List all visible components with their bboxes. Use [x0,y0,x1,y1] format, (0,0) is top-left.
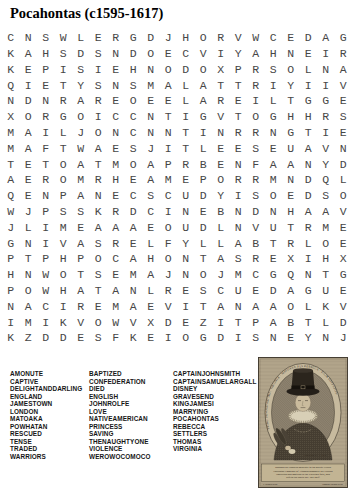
grid-cell: S [230,251,248,267]
grid-cell: O [195,30,213,46]
grid-cell: R [212,30,230,46]
grid-cell: O [90,251,108,267]
grid-cell: I [195,125,213,141]
grid-cell: I [247,93,265,109]
grid-cell: E [335,283,353,299]
grid-cell: T [195,299,213,315]
grid-cell: J [212,267,230,283]
grid-cell: I [20,77,38,93]
word-list-item: GRAVESEND [173,393,256,401]
grid-cell: S [247,141,265,157]
grid-cell: A [142,172,160,188]
grid-cell: Q [2,188,20,204]
grid-cell: A [107,220,125,236]
grid-cell: S [125,141,143,157]
grid-cell: C [160,188,178,204]
grid-cell: N [335,141,353,157]
pocahontas-portrait-image: PRINC: POWHATANI IMP: VIRGINIÆ · MATOAKA… [258,357,348,488]
grid-cell: Y [282,77,300,93]
grid-cell: O [55,156,73,172]
grid-cell: C [247,267,265,283]
grid-cell: P [37,62,55,78]
word-list-item: CONFEDERATION [89,378,151,386]
grid-cell: D [37,330,55,346]
grid-cell: A [107,283,125,299]
grid-cell: O [195,267,213,283]
grid-cell: R [230,125,248,141]
grid-cell: A [247,46,265,62]
grid-cell: N [230,299,248,315]
grid-cell: N [2,93,20,109]
grid-cell: E [142,330,160,346]
grid-cell: G [2,235,20,251]
word-list-item: JAMESTOWN [10,400,82,408]
grid-cell: L [265,93,283,109]
grid-cell: N [142,62,160,78]
grid-cell: A [20,46,38,62]
word-list-column: CAPTAINJOHNSMITHCAPTAINSAMUELARGALLDISNE… [173,370,256,453]
grid-cell: I [160,330,178,346]
grid-cell: N [300,156,318,172]
worksheet-page: Pocahontas (c1595-1617) CNSWLERGDJHORVWC… [0,0,354,500]
grid-cell: M [72,172,90,188]
svg-text:Compton Holland excud.: Compton Holland excud. [322,483,343,485]
grid-cell: O [160,62,178,78]
word-list-item: SETTLERS [173,430,256,438]
grid-cell: T [230,77,248,93]
word-list-item: DIED [89,385,151,393]
word-list-item: POCAHONTAS [173,415,256,423]
grid-cell: V [160,299,178,315]
grid-cell: R [72,299,90,315]
grid-cell: O [317,235,335,251]
grid-cell: W [247,30,265,46]
word-list-item: JOHNROLFE [89,400,151,408]
grid-cell: D [300,172,318,188]
grid-cell: F [107,330,125,346]
grid-cell: E [265,251,283,267]
grid-cell: Z [195,314,213,330]
grid-cell: E [142,299,160,315]
grid-cell: R [90,172,108,188]
grid-cell: G [265,109,283,125]
grid-cell: P [72,251,90,267]
grid-cell: Y [72,77,90,93]
grid-cell: B [247,235,265,251]
grid-cell: S [265,62,283,78]
grid-cell: G [300,93,318,109]
grid-cell: N [142,109,160,125]
grid-cell: A [72,188,90,204]
grid-cell: P [2,251,20,267]
grid-cell: E [160,46,178,62]
grid-cell: I [90,109,108,125]
grid-cell: S [195,283,213,299]
grid-cell: A [265,314,283,330]
grid-cell: A [212,299,230,315]
grid-cell: A [20,141,38,157]
grid-cell: L [72,30,90,46]
grid-cell: V [195,46,213,62]
grid-cell: A [317,204,335,220]
grid-cell: P [2,283,20,299]
grid-cell: A [125,251,143,267]
grid-cell: X [335,251,353,267]
grid-cell: D [177,62,195,78]
grid-cell: T [212,77,230,93]
grid-cell: C [212,283,230,299]
grid-cell: A [125,220,143,236]
grid-cell: H [37,46,55,62]
grid-cell: B [195,156,213,172]
grid-cell: L [317,314,335,330]
grid-cell: H [107,172,125,188]
word-list-item: CAPTIVE [10,378,82,386]
grid-cell: C [107,109,125,125]
grid-cell: I [300,251,318,267]
grid-cell: Q [317,172,335,188]
grid-cell: D [335,314,353,330]
grid-cell: O [195,62,213,78]
grid-cell: M [2,141,20,157]
grid-cell: I [177,299,195,315]
grid-cell: O [212,172,230,188]
grid-cell: U [177,220,195,236]
grid-cell: S [37,30,55,46]
grid-cell: T [300,125,318,141]
grid-cell: Y [177,235,195,251]
grid-cell: I [317,77,335,93]
grid-cell: L [300,235,318,251]
grid-cell: L [212,235,230,251]
grid-cell: T [90,156,108,172]
grid-cell: I [317,46,335,62]
word-list-item: TRADED [10,445,82,453]
grid-cell: D [125,204,143,220]
grid-cell: T [230,109,248,125]
grid-cell: D [195,220,213,236]
grid-cell: A [2,172,20,188]
grid-cell: U [230,283,248,299]
grid-cell: E [247,283,265,299]
grid-cell: T [55,77,73,93]
grid-cell: E [160,93,178,109]
word-list-item: MATOAKA [10,415,82,423]
grid-cell: D [300,30,318,46]
grid-cell: J [160,30,178,46]
grid-cell: N [317,62,335,78]
grid-cell: E [335,220,353,236]
grid-cell: Y [212,188,230,204]
grid-cell: X [212,62,230,78]
grid-cell: A [282,156,300,172]
grid-cell: T [2,156,20,172]
word-list-item: PRINCESS [89,423,151,431]
grid-cell: I [265,77,283,93]
grid-cell: O [90,125,108,141]
grid-cell: K [2,62,20,78]
grid-cell: L [20,220,38,236]
grid-cell: T [37,156,55,172]
grid-cell: G [195,109,213,125]
grid-cell: R [212,93,230,109]
grid-cell: V [72,314,90,330]
grid-cell: R [247,125,265,141]
grid-cell: N [317,330,335,346]
grid-cell: N [265,330,283,346]
grid-cell: D [247,204,265,220]
grid-cell: I [300,77,318,93]
grid-cell: O [335,188,353,204]
grid-cell: S [335,109,353,125]
grid-cell: O [55,267,73,283]
svg-text:S. Passæus sculp.: S. Passæus sculp. [263,483,278,485]
grid-cell: R [107,235,125,251]
grid-cell: A [72,283,90,299]
grid-cell: I [160,204,178,220]
grid-cell: E [212,141,230,157]
grid-cell: B [282,314,300,330]
grid-cell: E [107,141,125,157]
grid-cell: O [265,188,283,204]
grid-cell: P [247,314,265,330]
grid-cell: I [212,314,230,330]
word-list-item: LOVE [89,408,151,416]
grid-cell: T [282,220,300,236]
grid-cell: C [125,188,143,204]
grid-cell: Y [317,156,335,172]
grid-cell: V [335,204,353,220]
grid-cell: E [282,188,300,204]
grid-cell: M [55,220,73,236]
grid-cell: R [107,204,125,220]
grid-cell: G [300,283,318,299]
grid-cell: O [90,314,108,330]
grid-cell: O [177,330,195,346]
grid-cell: C [107,251,125,267]
grid-cell: E [20,62,38,78]
grid-cell: P [195,172,213,188]
grid-cell: I [37,220,55,236]
grid-cell: L [55,125,73,141]
word-list-item: AMONUTE [10,370,82,378]
grid-cell: H [55,283,73,299]
grid-cell: A [125,299,143,315]
grid-cell: R [107,30,125,46]
grid-cell: C [125,125,143,141]
grid-cell: D [20,93,38,109]
word-list-column: AMONUTECAPTIVEDELIGHTANDDARLINGENGLANDJA… [10,370,82,461]
grid-cell: A [160,77,178,93]
grid-cell: N [265,125,283,141]
grid-cell: H [55,251,73,267]
grid-cell: M [317,220,335,236]
grid-cell: O [247,109,265,125]
grid-cell: I [55,62,73,78]
grid-cell: T [177,125,195,141]
grid-cell: N [177,204,195,220]
grid-cell: R [247,172,265,188]
grid-cell: K [90,204,108,220]
grid-cell: T [20,251,38,267]
grid-cell: H [125,62,143,78]
word-list-item: DELIGHTANDDARLING [10,385,82,393]
grid-cell: L [177,93,195,109]
grid-cell: D [265,283,283,299]
grid-cell: K [2,46,20,62]
grid-cell: F [37,141,55,157]
grid-cell: T [55,141,73,157]
grid-cell: N [142,125,160,141]
grid-cell: F [160,235,178,251]
grid-cell: E [37,77,55,93]
grid-cell: I [160,141,178,157]
word-list-item: POWHATAN [10,423,82,431]
grid-cell: A [230,235,248,251]
grid-cell: I [212,46,230,62]
grid-cell: G [282,125,300,141]
grid-cell: H [317,251,335,267]
grid-cell: E [282,330,300,346]
grid-cell: T [160,109,178,125]
grid-cell: J [72,125,90,141]
grid-cell: O [125,156,143,172]
grid-cell: A [300,204,318,220]
grid-cell: G [335,267,353,283]
grid-cell: E [335,93,353,109]
grid-cell: A [90,141,108,157]
grid-cell: R [335,46,353,62]
grid-cell: W [37,283,55,299]
grid-cell: H [282,204,300,220]
grid-cell: X [2,109,20,125]
grid-cell: S [317,188,335,204]
grid-cell: A [72,156,90,172]
grid-cell: P [160,156,178,172]
grid-cell: R [37,109,55,125]
word-list-item: VIOLENCE [89,445,151,453]
grid-cell: V [335,299,353,315]
grid-cell: O [282,62,300,78]
svg-text:wife to the worth Mr: Joh Rolf: wife to the worth Mr: Joh Rolff. [286,476,321,479]
grid-cell: R [317,109,335,125]
grid-cell: A [300,141,318,157]
grid-cell: N [90,188,108,204]
grid-cell: L [212,220,230,236]
grid-cell: E [212,156,230,172]
grid-cell: O [142,46,160,62]
grid-cell: E [282,30,300,46]
grid-cell: N [2,299,20,315]
grid-cell: B [212,204,230,220]
word-list-item: WARRIORS [10,453,82,461]
grid-cell: I [37,235,55,251]
grid-cell: E [177,314,195,330]
grid-cell: A [282,283,300,299]
grid-cell: N [37,188,55,204]
grid-cell: N [107,125,125,141]
grid-cell: M [107,156,125,172]
grid-cell: L [195,235,213,251]
grid-cell: M [230,267,248,283]
grid-cell: S [72,62,90,78]
grid-cell: R [177,156,195,172]
grid-cell: D [72,46,90,62]
grid-cell: E [107,267,125,283]
word-list-item: DISNEY [173,385,256,393]
grid-cell: O [20,283,38,299]
grid-cell: R [55,93,73,109]
grid-cell: D [300,188,318,204]
grid-cell: R [90,93,108,109]
grid-cell: E [20,156,38,172]
grid-cell: Y [300,330,318,346]
grid-cell: O [282,299,300,315]
grid-cell: E [335,125,353,141]
grid-cell: R [247,251,265,267]
grid-cell: C [142,204,160,220]
word-list-item: RESCUED [10,430,82,438]
grid-cell: G [55,109,73,125]
grid-cell: A [142,267,160,283]
grid-cell: N [20,30,38,46]
grid-cell: I [37,314,55,330]
word-list-item: MARRYING [173,408,256,416]
grid-cell: E [107,93,125,109]
word-list-item: ENGLISH [89,393,151,401]
grid-cell: M [265,172,283,188]
grid-cell: N [230,204,248,220]
grid-cell: N [177,251,195,267]
word-list-item: TENSE [10,438,82,446]
grid-cell: Q [2,77,20,93]
grid-cell: N [37,93,55,109]
word-list-item: CAPTAINSAMUELARGALL [173,378,256,386]
grid-cell: R [160,283,178,299]
grid-cell: W [37,267,55,283]
grid-cell: E [125,235,143,251]
grid-cell: J [160,267,178,283]
grid-cell: R [37,172,55,188]
grid-cell: L [142,283,160,299]
grid-cell: S [90,267,108,283]
grid-cell: Y [230,46,248,62]
grid-cell: L [142,235,160,251]
grid-cell: H [300,109,318,125]
grid-cell: C [2,30,20,46]
grid-cell: M [142,77,160,93]
grid-cell: D [335,156,353,172]
grid-cell: V [125,314,143,330]
grid-cell: W [2,204,20,220]
grid-cell: G [195,330,213,346]
grid-cell: E [107,188,125,204]
grid-cell: D [142,30,160,46]
grid-cell: H [2,267,20,283]
grid-cell: E [142,93,160,109]
grid-cell: S [247,330,265,346]
word-list-item: NATIVEAMERICAN [89,415,151,423]
grid-cell: D [195,188,213,204]
word-list-item: CAPTAINJOHNSMITH [173,370,256,378]
grid-cell: P [37,204,55,220]
grid-cell: U [317,283,335,299]
grid-cell: N [107,46,125,62]
word-list-item: VIRGINIA [173,445,256,453]
grid-cell: N [282,46,300,62]
grid-cell: O [125,93,143,109]
word-list-column: BAPTIZEDCONFEDERATIONDIEDENGLISHJOHNROLF… [89,370,151,461]
